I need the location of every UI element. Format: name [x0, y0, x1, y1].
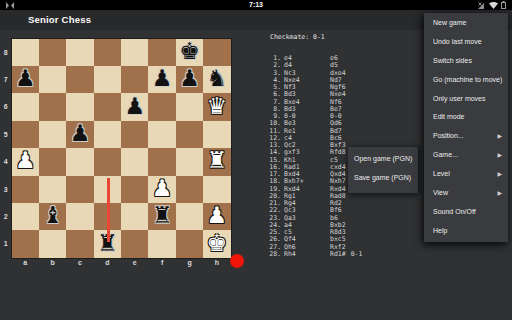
square-a8[interactable] — [12, 39, 39, 66]
square-d7[interactable] — [94, 66, 121, 93]
square-b1[interactable] — [39, 230, 66, 257]
white-move: Rh4 — [284, 251, 330, 258]
square-e1[interactable] — [121, 230, 148, 257]
move-row-28: 28.Rh4Rd1#0-1 — [268, 251, 362, 258]
square-a2[interactable] — [12, 203, 39, 230]
rank-label-1: 1 — [0, 230, 12, 257]
menu-item-label: Sound On/Off — [433, 208, 476, 215]
square-b4[interactable] — [39, 148, 66, 175]
game-status-text: Checkmate: 0-1 — [270, 33, 325, 41]
move-row-5: 5.Nf3Ngf6 — [268, 84, 362, 91]
game-submenu: Open game (PGN)Save game (PGN) — [348, 147, 418, 193]
move-row-10: 10.Be3Qd6 — [268, 120, 362, 127]
square-b3[interactable] — [39, 176, 66, 203]
square-c3[interactable] — [66, 176, 93, 203]
black-pawn: ♟ — [152, 67, 173, 90]
black-pawn: ♟ — [70, 122, 91, 145]
black-pawn: ♟ — [179, 67, 200, 90]
move-row-6: 6.Bd3Nxe4 — [268, 91, 362, 98]
square-c8[interactable] — [66, 39, 93, 66]
menu-item-switch-sides[interactable]: Switch sides — [424, 52, 508, 71]
square-f4[interactable] — [148, 148, 175, 175]
square-f6[interactable] — [148, 93, 175, 120]
menu-item-label: Go (machine to move) — [433, 76, 502, 83]
menu-item-label: Level — [433, 170, 450, 177]
file-label-h: h — [203, 258, 230, 268]
menu-item-label: Switch sides — [433, 57, 472, 64]
move-row-1: 1.e4e6 — [268, 55, 362, 62]
black-rook: ♜ — [152, 204, 173, 227]
menu-item-label: Undo last move — [433, 38, 482, 45]
square-a3[interactable] — [12, 176, 39, 203]
square-c7[interactable] — [66, 66, 93, 93]
move-number: 28. — [268, 251, 281, 258]
file-label-d: d — [94, 258, 121, 268]
square-d8[interactable] — [94, 39, 121, 66]
square-d4[interactable] — [94, 148, 121, 175]
square-a7[interactable]: ♟ — [12, 66, 39, 93]
square-b2[interactable]: ♝ — [39, 203, 66, 230]
file-label-c: c — [66, 258, 93, 268]
square-h6[interactable]: ♛ — [203, 93, 230, 120]
square-g8[interactable]: ♚ — [176, 39, 203, 66]
square-b6[interactable] — [39, 93, 66, 120]
rank-label-3: 3 — [0, 176, 12, 203]
square-b8[interactable] — [39, 39, 66, 66]
menu-item-label: New game — [433, 19, 466, 26]
square-c6[interactable] — [66, 93, 93, 120]
app-title: Senior Chess — [28, 10, 91, 30]
game-result: 0-1 — [351, 251, 363, 258]
rank-label-8: 8 — [0, 39, 12, 66]
square-e8[interactable] — [121, 39, 148, 66]
square-e7[interactable] — [121, 66, 148, 93]
clock-text: 7:13 — [0, 0, 512, 10]
menu-item-only-user-moves[interactable]: Only user moves — [424, 90, 508, 109]
battery-icon — [501, 1, 506, 9]
move-row-24: 24.a4Bxb2 — [268, 222, 362, 229]
square-b5[interactable] — [39, 121, 66, 148]
black-pawn: ♟ — [124, 95, 145, 118]
square-h3[interactable] — [203, 176, 230, 203]
menu-item-edit-mode[interactable]: Edit mode — [424, 108, 508, 127]
rank-labels: 87654321 — [0, 39, 12, 258]
turn-indicator-dot — [230, 254, 244, 268]
menu-item-label: Only user moves — [433, 95, 486, 102]
square-f2[interactable]: ♜ — [148, 203, 175, 230]
black-move: Rd1# — [330, 251, 346, 258]
square-g4[interactable] — [176, 148, 203, 175]
square-c4[interactable] — [66, 148, 93, 175]
menu-item-go-machine-to-move[interactable]: Go (machine to move) — [424, 71, 508, 90]
menu-item-label: View — [433, 189, 448, 196]
black-king: ♚ — [179, 40, 200, 63]
square-d6[interactable] — [94, 93, 121, 120]
rank-label-2: 2 — [0, 203, 12, 230]
rank-label-5: 5 — [0, 121, 12, 148]
file-label-b: b — [39, 258, 66, 268]
file-label-g: g — [176, 258, 203, 268]
move-row-22: 22.Qc3Bf6 — [268, 207, 362, 214]
submenu-item-save-game-pgn[interactable]: Save game (PGN) — [348, 168, 418, 187]
file-label-a: a — [12, 258, 39, 268]
white-pawn: ♟ — [207, 204, 228, 227]
wifi-icon — [489, 2, 498, 9]
square-h8[interactable] — [203, 39, 230, 66]
main-menu: New gameUndo last moveSwitch sidesGo (ma… — [424, 13, 508, 242]
square-e4[interactable] — [121, 148, 148, 175]
square-g3[interactable] — [176, 176, 203, 203]
square-h1[interactable]: ♚ — [203, 230, 230, 257]
move-row-8: 8.Bd3Be7 — [268, 106, 362, 113]
menu-item-help[interactable]: Help — [424, 222, 508, 241]
chess-board[interactable]: ♚♟♟♟♞♟♛♟♟♜♟♝♜♟♜♚ — [12, 39, 231, 258]
menu-item-label: Position... — [433, 132, 464, 139]
move-row-26: 26.Qf4bxc5 — [268, 236, 362, 243]
menu-item-sound-on-off[interactable]: Sound On/Off — [424, 203, 508, 222]
menu-item-label: Game... — [433, 151, 458, 158]
square-c1[interactable] — [66, 230, 93, 257]
move-row-7: 7.Bxe4Nf6 — [268, 99, 362, 106]
square-a1[interactable] — [12, 230, 39, 257]
menu-item-position[interactable]: Position...▶ — [424, 127, 508, 146]
move-row-2: 2.d4d5 — [268, 62, 362, 69]
white-pawn: ♟ — [152, 177, 173, 200]
move-row-3: 3.Nc3dxe4 — [268, 70, 362, 77]
submenu-arrow-icon: ▶ — [497, 146, 502, 165]
square-f7[interactable]: ♟ — [148, 66, 175, 93]
menu-item-new-game[interactable]: New game — [424, 14, 508, 33]
square-h4[interactable]: ♜ — [203, 148, 230, 175]
submenu-arrow-icon: ▶ — [497, 165, 502, 184]
black-knight: ♞ — [207, 67, 228, 90]
file-labels: abcdefgh — [12, 258, 231, 268]
square-c2[interactable] — [66, 203, 93, 230]
menu-item-view[interactable]: View▶ — [424, 184, 508, 203]
submenu-item-open-game-pgn[interactable]: Open game (PGN) — [348, 149, 418, 168]
move-row-21: 21.Rg4Rd2 — [268, 200, 362, 207]
square-g2[interactable] — [176, 203, 203, 230]
square-g6[interactable] — [176, 93, 203, 120]
rank-label-7: 7 — [0, 66, 12, 93]
menu-item-label: Help — [433, 227, 447, 234]
square-f8[interactable] — [148, 39, 175, 66]
move-row-23: 23.Qa3b6 — [268, 215, 362, 222]
square-a4[interactable]: ♟ — [12, 148, 39, 175]
square-h5[interactable] — [203, 121, 230, 148]
square-f1[interactable] — [148, 230, 175, 257]
move-row-12: 12.c4Bc6 — [268, 135, 362, 142]
square-g7[interactable]: ♟ — [176, 66, 203, 93]
square-h7[interactable]: ♞ — [203, 66, 230, 93]
file-label-f: f — [148, 258, 175, 268]
move-row-4: 4.Nxe4Nd7 — [268, 77, 362, 84]
white-pawn: ♟ — [15, 149, 36, 172]
square-e5[interactable] — [121, 121, 148, 148]
square-e3[interactable] — [121, 176, 148, 203]
move-row-9: 9.0-00-0 — [268, 113, 362, 120]
no-signal-icon — [478, 2, 486, 9]
square-f5[interactable] — [148, 121, 175, 148]
square-e6[interactable]: ♟ — [121, 93, 148, 120]
menu-item-undo-last-move[interactable]: Undo last move — [424, 33, 508, 52]
square-h2[interactable]: ♟ — [203, 203, 230, 230]
black-pawn: ♟ — [15, 67, 36, 90]
square-a5[interactable] — [12, 121, 39, 148]
move-row-11: 11.Re1Bd7 — [268, 128, 362, 135]
move-row-25: 25.c5R8d3 — [268, 229, 362, 236]
square-e2[interactable] — [121, 203, 148, 230]
square-d5[interactable] — [94, 121, 121, 148]
white-queen: ♛ — [207, 95, 228, 118]
menu-item-level[interactable]: Level▶ — [424, 165, 508, 184]
black-bishop: ♝ — [42, 204, 63, 227]
move-row-20: 20.Rg1Rad8 — [268, 193, 362, 200]
rank-label-4: 4 — [0, 148, 12, 175]
status-bar: 7:13 — [0, 0, 512, 10]
submenu-arrow-icon: ▶ — [497, 127, 502, 146]
square-b7[interactable] — [39, 66, 66, 93]
square-c5[interactable]: ♟ — [66, 121, 93, 148]
submenu-arrow-icon: ▶ — [497, 184, 502, 203]
square-f3[interactable]: ♟ — [148, 176, 175, 203]
last-move-line — [107, 178, 110, 242]
chess-app-screen: 7:13 Senior Chess 87654321 ♚♟♟♟♞♟♛♟♟♜♟♝♜… — [0, 0, 512, 320]
menu-item-game[interactable]: Game...▶ — [424, 146, 508, 165]
white-rook: ♜ — [207, 149, 228, 172]
square-g1[interactable] — [176, 230, 203, 257]
menu-item-label: Edit mode — [433, 113, 465, 120]
file-label-e: e — [121, 258, 148, 268]
square-a6[interactable] — [12, 93, 39, 120]
square-g5[interactable] — [176, 121, 203, 148]
white-king: ♚ — [207, 232, 228, 255]
rank-label-6: 6 — [0, 93, 12, 120]
move-row-27: 27.Qh6Rxf2 — [268, 244, 362, 251]
